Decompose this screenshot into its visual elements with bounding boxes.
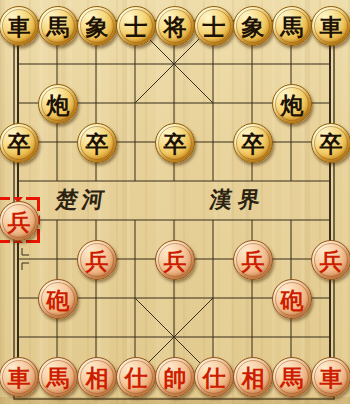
piece-red-elephant[interactable]: 相 xyxy=(77,357,117,397)
piece-black-soldier[interactable]: 卒 xyxy=(233,123,273,163)
river-label-chu-he: 楚河 xyxy=(54,188,109,210)
river-label-han-jie: 漢界 xyxy=(208,188,267,210)
piece-red-general[interactable]: 帥 xyxy=(155,357,195,397)
board-grid-lines xyxy=(0,0,350,404)
piece-red-elephant[interactable]: 相 xyxy=(233,357,273,397)
piece-black-horse[interactable]: 馬 xyxy=(272,6,312,46)
piece-red-soldier[interactable]: 兵 xyxy=(311,240,350,280)
piece-black-soldier[interactable]: 卒 xyxy=(155,123,195,163)
xiangqi-board[interactable]: 楚河 漢界 車馬象士将士象馬車炮炮卒卒卒卒卒兵兵兵兵兵砲砲車馬相仕帥仕相馬車 xyxy=(0,0,350,404)
piece-red-soldier[interactable]: 兵 xyxy=(0,201,39,241)
piece-black-elephant[interactable]: 象 xyxy=(77,6,117,46)
piece-black-cannon[interactable]: 炮 xyxy=(272,84,312,124)
piece-black-chariot[interactable]: 車 xyxy=(311,6,350,46)
piece-red-advisor[interactable]: 仕 xyxy=(116,357,156,397)
piece-red-cannon[interactable]: 砲 xyxy=(272,279,312,319)
piece-black-cannon[interactable]: 炮 xyxy=(38,84,78,124)
piece-black-chariot[interactable]: 車 xyxy=(0,6,39,46)
piece-black-advisor[interactable]: 士 xyxy=(116,6,156,46)
piece-black-soldier[interactable]: 卒 xyxy=(0,123,39,163)
piece-red-soldier[interactable]: 兵 xyxy=(77,240,117,280)
piece-black-elephant[interactable]: 象 xyxy=(233,6,273,46)
piece-red-soldier[interactable]: 兵 xyxy=(233,240,273,280)
piece-black-horse[interactable]: 馬 xyxy=(38,6,78,46)
piece-black-soldier[interactable]: 卒 xyxy=(311,123,350,163)
piece-red-advisor[interactable]: 仕 xyxy=(194,357,234,397)
piece-red-soldier[interactable]: 兵 xyxy=(155,240,195,280)
piece-black-general[interactable]: 将 xyxy=(155,6,195,46)
piece-black-advisor[interactable]: 士 xyxy=(194,6,234,46)
piece-red-chariot[interactable]: 車 xyxy=(311,357,350,397)
piece-red-cannon[interactable]: 砲 xyxy=(38,279,78,319)
piece-red-horse[interactable]: 馬 xyxy=(272,357,312,397)
piece-red-horse[interactable]: 馬 xyxy=(38,357,78,397)
piece-black-soldier[interactable]: 卒 xyxy=(77,123,117,163)
piece-red-chariot[interactable]: 車 xyxy=(0,357,39,397)
